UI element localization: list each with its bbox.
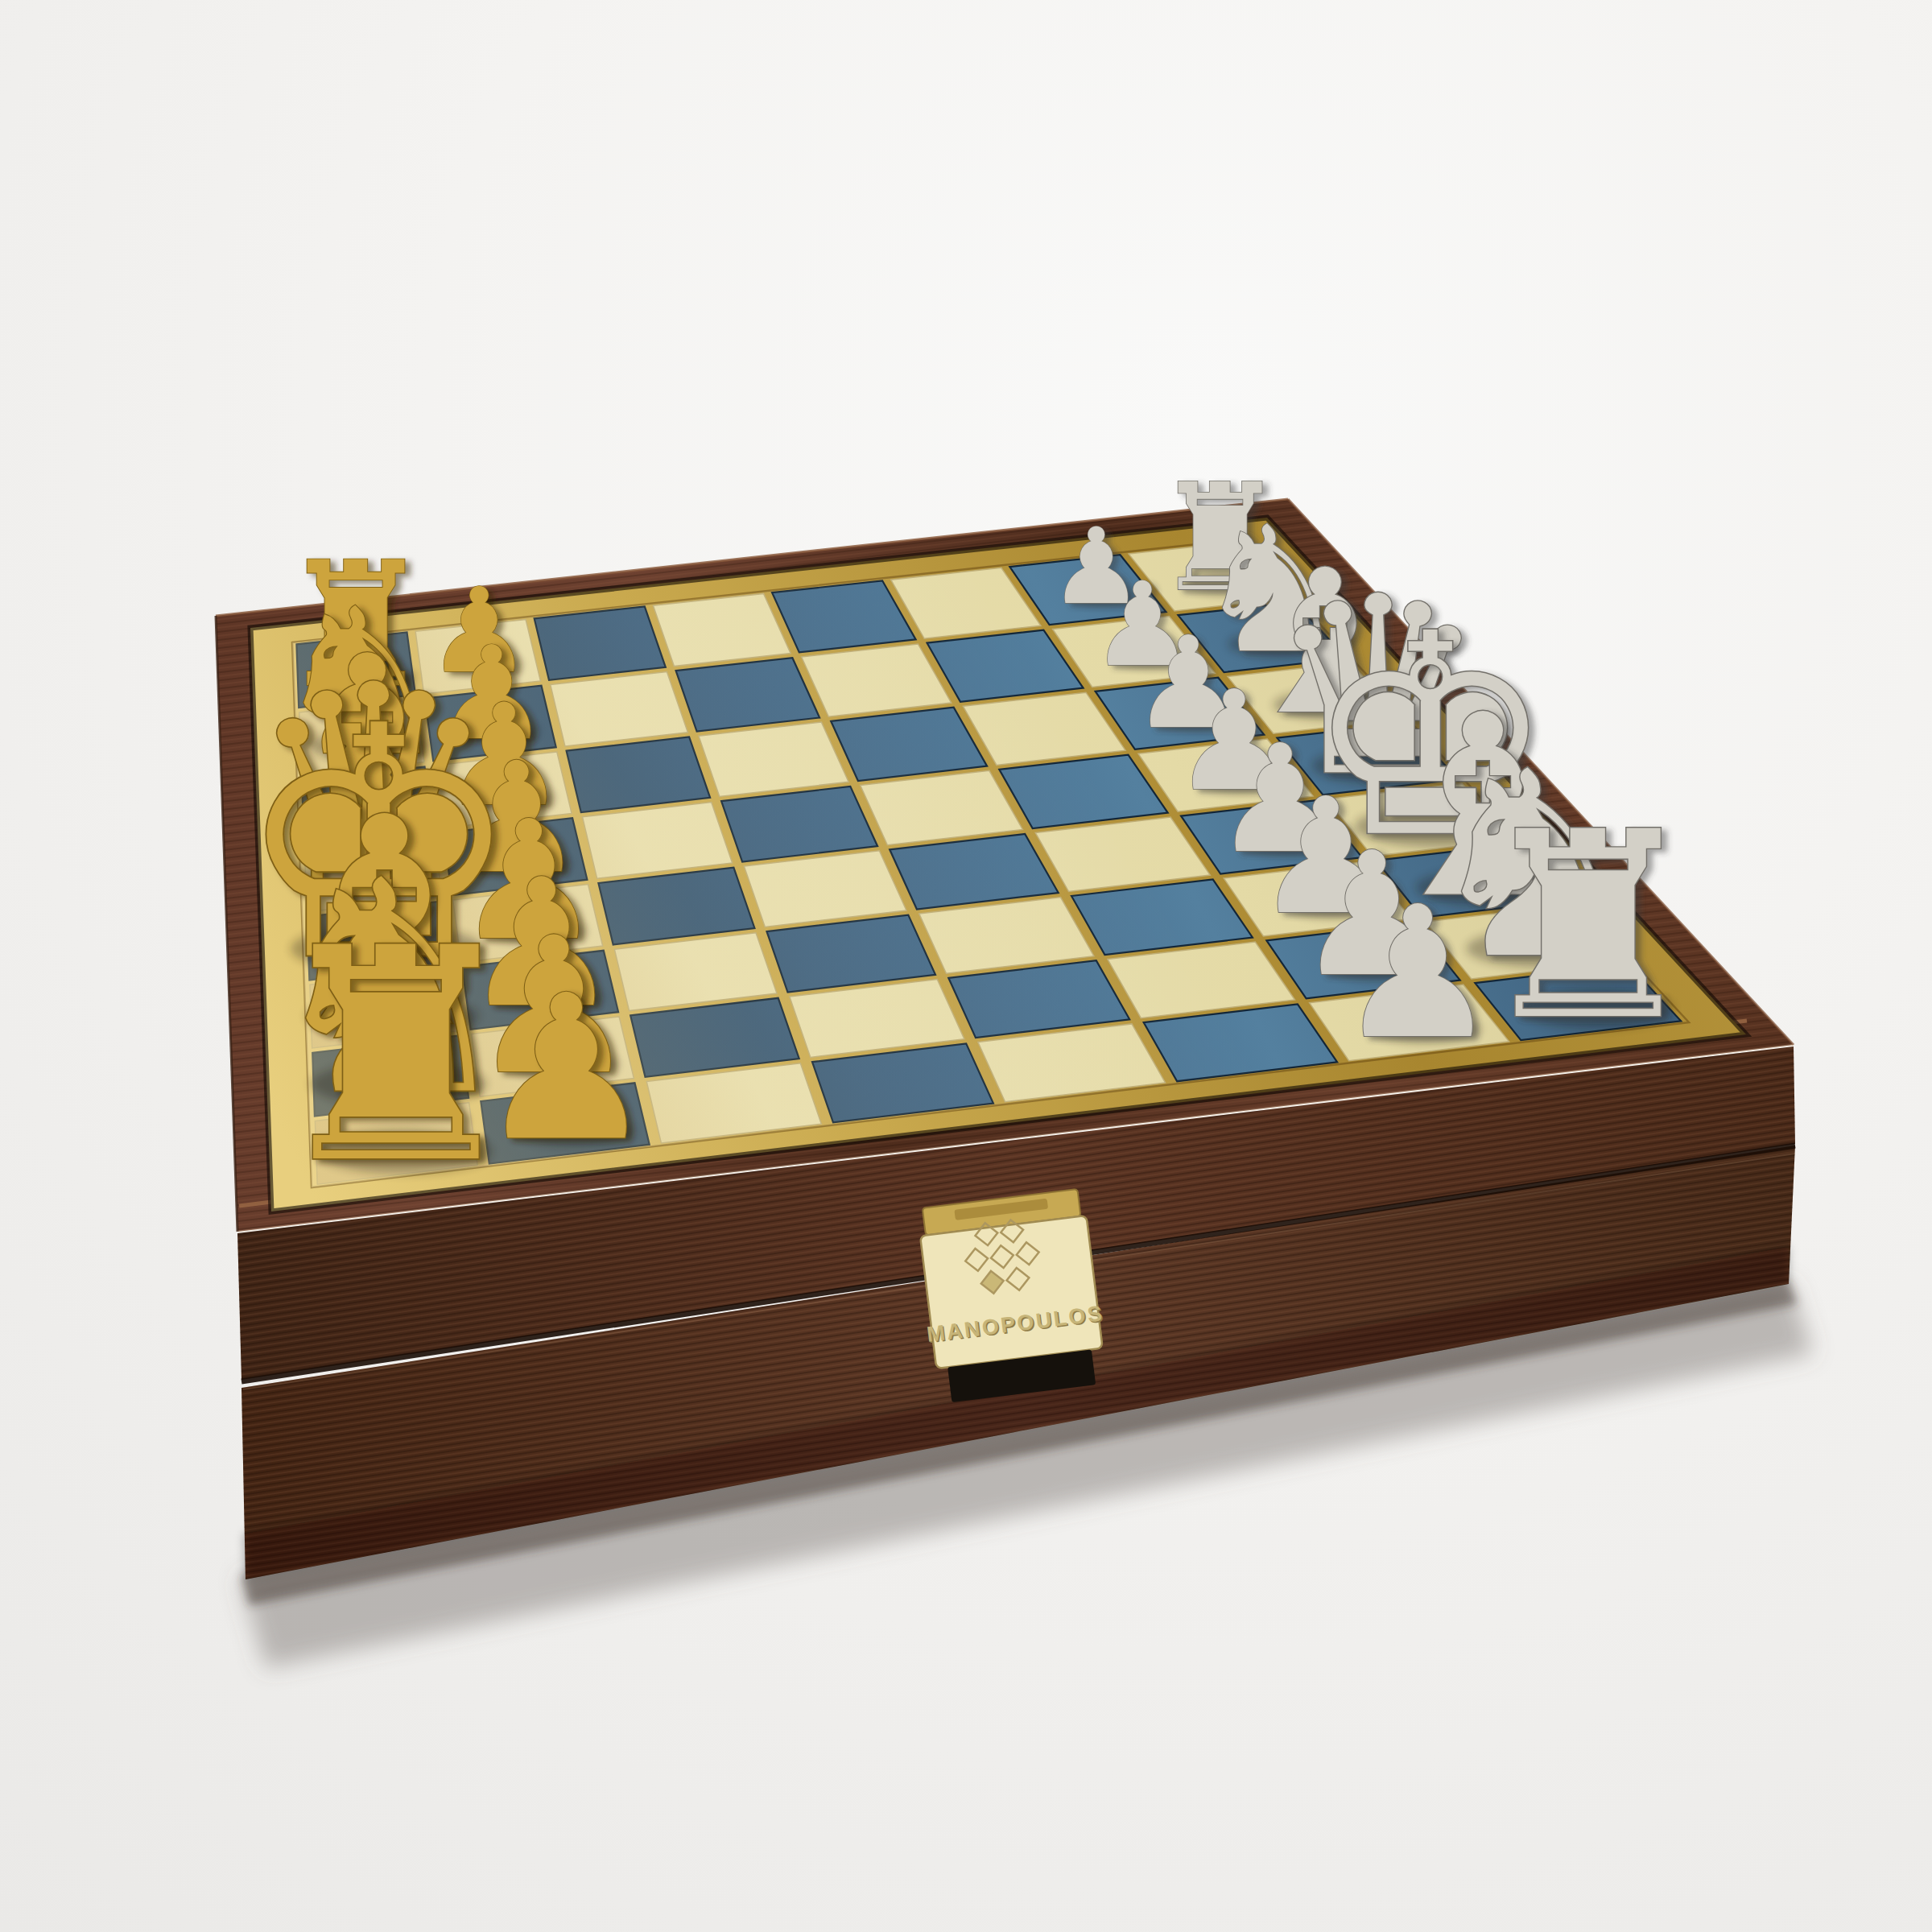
silver-pawn-piece: ♟ (1336, 867, 1499, 1079)
gold-rook-piece: ♜ (264, 885, 527, 1228)
silver-rook-piece: ♜ (1472, 777, 1703, 1076)
chess-set-product-photo: ♜♟♞♟♟♜♝♟♟♞♛♟♟♝♚♟♟♛♝♟♟♞♚♟♟♜♝♟♟♞♟♜ MANOPOU… (0, 0, 1932, 1932)
